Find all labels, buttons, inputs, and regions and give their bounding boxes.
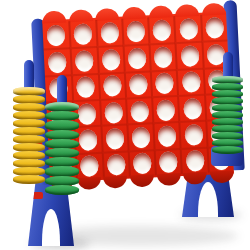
empty-hole xyxy=(132,126,151,148)
cell-a6 xyxy=(42,21,70,49)
empty-hole xyxy=(47,24,66,46)
empty-hole xyxy=(75,50,94,72)
cell-e3 xyxy=(151,95,179,123)
empty-hole xyxy=(101,49,120,71)
cell-d4 xyxy=(124,70,152,98)
empty-hole xyxy=(78,103,97,125)
empty-hole xyxy=(155,73,174,95)
cell-c3 xyxy=(99,98,127,126)
edge-bump xyxy=(210,170,235,183)
empty-hole xyxy=(154,46,173,68)
right-green-disc-stack xyxy=(212,77,243,154)
yellow-disc-stack xyxy=(13,88,45,184)
empty-hole xyxy=(129,74,148,96)
empty-hole xyxy=(156,99,175,121)
giant-connect-four-photo xyxy=(0,0,250,250)
cell-b6 xyxy=(69,20,97,48)
red-clip xyxy=(30,192,43,199)
green-disc xyxy=(212,146,243,154)
cell-c1 xyxy=(101,150,129,178)
edge-bump xyxy=(183,172,208,185)
front-green-disc-stack xyxy=(45,103,79,195)
empty-hole xyxy=(183,98,202,120)
cell-f6 xyxy=(174,15,202,43)
cell-c6 xyxy=(95,19,123,47)
edge-bump xyxy=(130,174,155,187)
empty-hole xyxy=(180,45,199,67)
yellow-disc xyxy=(13,175,45,184)
green-disc xyxy=(45,166,79,176)
cell-e5 xyxy=(149,42,177,70)
empty-hole xyxy=(103,75,122,97)
cell-e6 xyxy=(147,16,175,44)
yellow-disc-post xyxy=(13,60,45,182)
empty-hole xyxy=(79,129,98,151)
empty-hole xyxy=(128,48,147,70)
empty-hole xyxy=(74,23,93,45)
empty-hole xyxy=(159,151,178,173)
empty-hole xyxy=(104,101,123,123)
cell-f2 xyxy=(179,120,207,148)
cell-d1 xyxy=(127,149,155,177)
cell-f4 xyxy=(176,67,204,95)
empty-hole xyxy=(80,155,99,177)
cell-g6 xyxy=(200,14,228,42)
cell-a5 xyxy=(44,48,72,76)
cell-c2 xyxy=(100,124,128,152)
empty-hole xyxy=(107,154,126,176)
empty-hole xyxy=(158,125,177,147)
edge-bump xyxy=(77,177,102,190)
edge-bump xyxy=(103,176,128,189)
empty-hole xyxy=(133,153,152,175)
right-leg-arch-cutout xyxy=(198,182,218,217)
left-leg-arch-cutout xyxy=(42,209,59,246)
empty-hole xyxy=(126,20,145,42)
cell-d3 xyxy=(125,96,153,124)
empty-hole xyxy=(184,124,203,146)
cell-f1 xyxy=(180,146,208,174)
cell-e2 xyxy=(152,121,180,149)
cell-f3 xyxy=(177,94,205,122)
cell-e4 xyxy=(150,69,178,97)
cell-d6 xyxy=(121,17,149,45)
empty-hole xyxy=(205,16,224,38)
green-disc xyxy=(45,185,79,195)
empty-hole xyxy=(179,18,198,40)
empty-hole xyxy=(76,76,95,98)
cell-d2 xyxy=(126,123,154,151)
edge-bump xyxy=(156,173,181,186)
empty-hole xyxy=(153,19,172,41)
front-green-disc-post xyxy=(45,75,79,199)
empty-hole xyxy=(105,128,124,150)
empty-hole xyxy=(185,150,204,172)
empty-hole xyxy=(100,22,119,44)
cell-f5 xyxy=(175,41,203,69)
cell-c4 xyxy=(97,71,125,99)
empty-hole xyxy=(130,100,149,122)
right-green-disc-post xyxy=(212,52,243,156)
cell-e1 xyxy=(154,148,182,176)
empty-hole xyxy=(181,71,200,93)
cell-d5 xyxy=(122,44,150,72)
cell-b1 xyxy=(75,152,103,180)
cell-c5 xyxy=(96,45,124,73)
cell-b5 xyxy=(70,46,98,74)
empty-hole xyxy=(48,51,67,73)
